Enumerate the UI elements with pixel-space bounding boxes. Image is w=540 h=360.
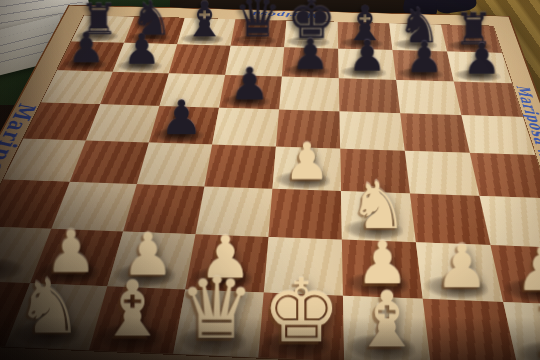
square-b7[interactable]: ♟: [113, 43, 177, 74]
square-f1[interactable]: ♝: [343, 296, 431, 360]
square-e4[interactable]: ♟: [272, 147, 341, 191]
piece-white-pawn-e4[interactable]: ♟: [284, 139, 330, 185]
piece-black-pawn-b7[interactable]: ♟: [123, 31, 161, 69]
square-g5[interactable]: [400, 113, 470, 153]
square-h6[interactable]: [454, 82, 523, 117]
square-d8[interactable]: ♛: [231, 19, 287, 47]
piece-black-pawn-g7[interactable]: ♟: [405, 38, 443, 76]
square-f6[interactable]: [339, 78, 400, 113]
square-h7[interactable]: ♟: [447, 52, 512, 84]
piece-contact-shadow: [0, 317, 3, 345]
square-h4[interactable]: [470, 153, 540, 198]
square-c7[interactable]: [169, 44, 231, 75]
piece-black-queen-d8[interactable]: ♛: [234, 0, 282, 43]
square-c4[interactable]: [137, 143, 212, 187]
square-e7[interactable]: ♟: [282, 47, 339, 78]
square-d6[interactable]: ♟: [219, 75, 282, 110]
square-b6[interactable]: [100, 72, 169, 106]
piece-white-knight-f3[interactable]: ♞: [349, 176, 407, 235]
piece-white-bishop-c1[interactable]: ♝: [98, 275, 167, 344]
square-c1[interactable]: ♝: [89, 286, 185, 354]
piece-white-pawn-h2[interactable]: ♟: [515, 243, 540, 297]
piece-black-pawn-c5[interactable]: ♟: [160, 96, 203, 139]
piece-white-pawn-g2[interactable]: ♟: [435, 240, 488, 293]
board-frame: Mariposa Mariposa Mariposa HOTEL ♜♞♝♛♚♝♞…: [0, 6, 540, 360]
piece-white-bishop-f1[interactable]: ♝: [352, 285, 421, 355]
square-f5[interactable]: [339, 111, 404, 150]
square-d1[interactable]: ♛: [173, 289, 264, 357]
piece-black-pawn-a7[interactable]: ♟: [67, 29, 105, 67]
board-scene: Mariposa Mariposa Mariposa HOTEL ♜♞♝♛♚♝♞…: [0, 0, 540, 360]
square-e1[interactable]: ♚: [258, 293, 344, 360]
square-g4[interactable]: [405, 151, 480, 196]
piece-black-pawn-d6[interactable]: ♟: [229, 64, 269, 104]
square-c5[interactable]: ♟: [149, 106, 219, 145]
square-g6[interactable]: [396, 80, 461, 115]
square-d5[interactable]: [212, 108, 279, 147]
square-a7[interactable]: ♟: [57, 41, 124, 71]
square-c8[interactable]: ♝: [177, 18, 235, 46]
square-g7[interactable]: ♟: [393, 50, 454, 81]
square-f7[interactable]: ♟: [338, 49, 396, 80]
chess-board-grid: ♜♞♝♛♚♝♞♜♟♟♟♟♟♟♟♟♟♞♟♟♟♟♟♟♟♜♞♝♛♚♝♜: [0, 15, 540, 360]
piece-white-rook-h1[interactable]: ♜: [529, 299, 540, 360]
square-h5[interactable]: [461, 115, 535, 155]
piece-black-pawn-f7[interactable]: ♟: [348, 37, 386, 75]
piece-white-queen-d1[interactable]: ♛: [179, 271, 255, 347]
piece-white-knight-b1[interactable]: ♞: [16, 273, 83, 340]
square-d4[interactable]: [204, 145, 276, 189]
square-e3[interactable]: [268, 189, 341, 240]
piece-black-bishop-c8[interactable]: ♝: [183, 0, 226, 42]
square-e6[interactable]: [279, 77, 339, 112]
piece-black-pawn-h7[interactable]: ♟: [463, 40, 501, 79]
piece-black-pawn-e7[interactable]: ♟: [291, 35, 329, 73]
square-b5[interactable]: [86, 104, 160, 142]
square-g1[interactable]: [423, 299, 518, 360]
photo-of-chessboard: Mariposa Mariposa Mariposa HOTEL ♜♞♝♛♚♝♞…: [0, 0, 540, 360]
piece-white-king-e1[interactable]: ♚: [262, 272, 341, 351]
square-b1[interactable]: ♞: [5, 283, 107, 350]
square-g2[interactable]: ♟: [416, 242, 503, 302]
